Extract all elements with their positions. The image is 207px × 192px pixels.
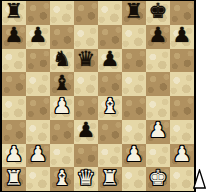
black-king: ♚ xyxy=(149,1,168,23)
square-h5[interactable] xyxy=(170,72,194,96)
square-b6[interactable] xyxy=(26,49,50,73)
square-g8[interactable]: ♚ xyxy=(146,1,170,25)
square-d7[interactable] xyxy=(74,25,98,49)
white-bishop: ♝ xyxy=(101,96,120,118)
square-g2[interactable] xyxy=(146,144,170,168)
square-e2[interactable] xyxy=(98,144,122,168)
square-d1[interactable]: ♛ xyxy=(74,167,98,191)
square-g7[interactable]: ♟ xyxy=(146,25,170,49)
square-d2[interactable] xyxy=(74,144,98,168)
square-a7[interactable]: ♟ xyxy=(2,25,26,49)
square-d8[interactable] xyxy=(74,1,98,25)
black-queen: ♛ xyxy=(77,49,96,71)
square-c2[interactable] xyxy=(50,144,74,168)
square-d5[interactable] xyxy=(74,72,98,96)
square-c7[interactable] xyxy=(50,25,74,49)
square-f4[interactable] xyxy=(122,96,146,120)
square-d6[interactable]: ♛ xyxy=(74,49,98,73)
square-c4[interactable]: ♟ xyxy=(50,96,74,120)
square-f6[interactable] xyxy=(122,49,146,73)
square-b5[interactable] xyxy=(26,72,50,96)
chess-board: ♜♜♚♟♟♟♟♞♛♟♝♟♝♟♟♟♟♟♟♜♝♛♜♚ xyxy=(2,1,194,191)
black-pawn: ♟ xyxy=(5,25,24,47)
square-f5[interactable] xyxy=(122,72,146,96)
white-pawn: ♟ xyxy=(125,144,144,166)
square-h7[interactable]: ♟ xyxy=(170,25,194,49)
square-f1[interactable] xyxy=(122,167,146,191)
square-h1[interactable] xyxy=(170,167,194,191)
black-pawn: ♟ xyxy=(149,25,168,47)
square-b4[interactable] xyxy=(26,96,50,120)
square-a6[interactable] xyxy=(2,49,26,73)
white-pawn: ♟ xyxy=(173,144,192,166)
black-rook: ♜ xyxy=(5,1,24,23)
square-e1[interactable]: ♜ xyxy=(98,167,122,191)
square-b7[interactable]: ♟ xyxy=(26,25,50,49)
chess-app-window: ♜♜♚♟♟♟♟♞♛♟♝♟♝♟♟♟♟♟♟♜♝♛♜♚ xyxy=(0,0,207,192)
square-g1[interactable]: ♚ xyxy=(146,167,170,191)
white-pawn: ♟ xyxy=(149,120,168,142)
black-rook: ♜ xyxy=(125,1,144,23)
square-g5[interactable] xyxy=(146,72,170,96)
square-h8[interactable] xyxy=(170,1,194,25)
square-h3[interactable] xyxy=(170,120,194,144)
black-bishop: ♝ xyxy=(53,72,72,94)
square-c1[interactable]: ♝ xyxy=(50,167,74,191)
square-b8[interactable] xyxy=(26,1,50,25)
square-b1[interactable] xyxy=(26,167,50,191)
white-pawn: ♟ xyxy=(5,144,24,166)
white-rook: ♜ xyxy=(5,167,24,189)
white-bishop: ♝ xyxy=(53,167,72,189)
board-frame: ♜♜♚♟♟♟♟♞♛♟♝♟♝♟♟♟♟♟♟♜♝♛♜♚ xyxy=(0,0,196,192)
square-c3[interactable] xyxy=(50,120,74,144)
square-a4[interactable] xyxy=(2,96,26,120)
square-e3[interactable] xyxy=(98,120,122,144)
square-c8[interactable] xyxy=(50,1,74,25)
black-pawn: ♟ xyxy=(173,25,192,47)
right-sidebar xyxy=(196,0,207,192)
square-d4[interactable] xyxy=(74,96,98,120)
square-a3[interactable] xyxy=(2,120,26,144)
square-f2[interactable]: ♟ xyxy=(122,144,146,168)
square-f8[interactable]: ♜ xyxy=(122,1,146,25)
square-e4[interactable]: ♝ xyxy=(98,96,122,120)
square-b2[interactable]: ♟ xyxy=(26,144,50,168)
square-f7[interactable] xyxy=(122,25,146,49)
square-a1[interactable]: ♜ xyxy=(2,167,26,191)
white-pawn: ♟ xyxy=(29,144,48,166)
square-g3[interactable]: ♟ xyxy=(146,120,170,144)
square-d3[interactable]: ♟ xyxy=(74,120,98,144)
square-e8[interactable] xyxy=(98,1,122,25)
triangle-up-icon xyxy=(193,169,206,189)
square-g4[interactable] xyxy=(146,96,170,120)
black-pawn: ♟ xyxy=(29,25,48,47)
square-h4[interactable] xyxy=(170,96,194,120)
black-knight: ♞ xyxy=(53,49,72,71)
white-rook: ♜ xyxy=(101,167,120,189)
white-queen: ♛ xyxy=(77,167,96,189)
square-h2[interactable]: ♟ xyxy=(170,144,194,168)
square-a8[interactable]: ♜ xyxy=(2,1,26,25)
square-e7[interactable] xyxy=(98,25,122,49)
square-h6[interactable] xyxy=(170,49,194,73)
white-king: ♚ xyxy=(149,167,168,189)
square-f3[interactable] xyxy=(122,120,146,144)
square-e5[interactable] xyxy=(98,72,122,96)
black-pawn: ♟ xyxy=(77,120,96,142)
square-g6[interactable] xyxy=(146,49,170,73)
square-a2[interactable]: ♟ xyxy=(2,144,26,168)
square-c6[interactable]: ♞ xyxy=(50,49,74,73)
square-b3[interactable] xyxy=(26,120,50,144)
square-e6[interactable]: ♟ xyxy=(98,49,122,73)
square-a5[interactable] xyxy=(2,72,26,96)
white-pawn: ♟ xyxy=(53,96,72,118)
black-pawn: ♟ xyxy=(101,49,120,71)
square-c5[interactable]: ♝ xyxy=(50,72,74,96)
